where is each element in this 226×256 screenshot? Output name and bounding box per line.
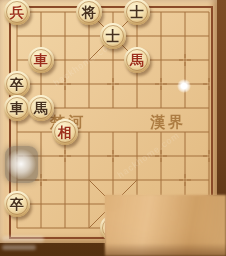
piece-red-soldier[interactable]: 兵 <box>4 0 30 25</box>
piece-char: 馬 <box>124 47 150 73</box>
piece-black-horse[interactable]: 馬 <box>28 95 54 121</box>
piece-black-soldier[interactable]: 卒 <box>4 71 30 97</box>
blurred-watermark <box>2 236 44 242</box>
piece-black-chariot[interactable]: 車 <box>4 95 30 121</box>
piece-black-advisor[interactable]: 士 <box>124 0 150 25</box>
piece-char: 卒 <box>4 71 30 97</box>
piece-char: 士 <box>124 0 150 25</box>
piece-black-advisor[interactable]: 士 <box>100 23 126 49</box>
piece-red-elephant[interactable]: 相 <box>52 119 78 145</box>
piece-char: 卒 <box>4 191 30 217</box>
piece-char: 士 <box>100 23 126 49</box>
piece-black-general[interactable]: 将 <box>76 0 102 25</box>
censor-blur-overlay <box>105 195 226 256</box>
ui-button-glow[interactable] <box>5 146 38 183</box>
piece-black-soldier[interactable]: 卒 <box>4 191 30 217</box>
piece-red-horse[interactable]: 馬 <box>124 47 150 73</box>
river-label-right: 漢界 <box>150 113 186 131</box>
piece-char: 車 <box>4 95 30 121</box>
piece-char: 将 <box>76 0 102 25</box>
piece-char: 兵 <box>4 0 30 25</box>
piece-char: 相 <box>52 119 78 145</box>
blurred-watermark <box>2 245 36 250</box>
piece-char: 馬 <box>28 95 54 121</box>
glow-highlight <box>6 149 36 179</box>
piece-red-chariot[interactable]: 車 <box>28 47 54 73</box>
last-move-dot <box>177 79 191 93</box>
piece-char: 車 <box>28 47 54 73</box>
xiangqi-game-screen: 楚河 漢界 hackhome.com hackhome.com 兵将士士車馬卒車… <box>0 0 226 256</box>
